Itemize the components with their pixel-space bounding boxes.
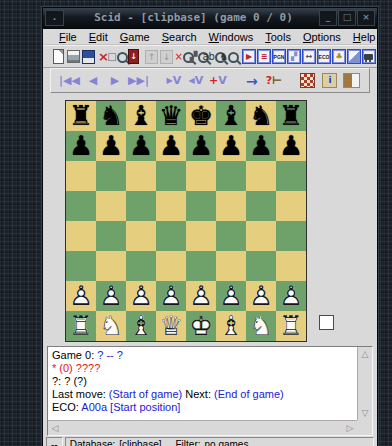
piece-white-pawn: ♙ <box>66 281 96 311</box>
scroll-left-arrow-icon[interactable]: ◁ <box>48 421 62 435</box>
piece-white-pawn: ♙ <box>246 281 276 311</box>
bookmarks-button[interactable]: ↓ <box>126 49 141 65</box>
menu-edit[interactable]: Edit <box>83 31 114 43</box>
game-info-text: Game 0: ? -- ?* (0) ?????: ? (?)Last mov… <box>48 347 357 420</box>
square-e3[interactable] <box>186 251 216 281</box>
game-info-link[interactable]: (Start of game) <box>109 388 182 400</box>
game-info-link[interactable]: ? <box>117 349 123 361</box>
square-e4[interactable] <box>186 221 216 251</box>
nav-frame: |◀◀◀▶▶▶|▶V◀V+V→?⊢i <box>50 68 370 93</box>
piece-black-pawn: ♟ <box>186 131 216 161</box>
square-h2[interactable]: ♙ <box>276 281 306 311</box>
game-info-line-3: Last move: (Start of game) Next: (End of… <box>52 388 353 401</box>
side-to-move-indicator <box>319 315 334 330</box>
exit-variation-button[interactable]: ◀V <box>185 72 207 89</box>
square-d5[interactable] <box>156 191 186 221</box>
square-c2[interactable]: ♙ <box>126 281 156 311</box>
piece-white-pawn: ♙ <box>126 281 156 311</box>
game-info-line-4: ECO: A00a [Start position] <box>52 401 353 414</box>
square-a7[interactable]: ♟ <box>66 131 96 161</box>
square-f1[interactable]: ♗ <box>216 311 246 341</box>
piece-black-pawn: ♟ <box>66 131 96 161</box>
autoplay-button[interactable]: → <box>241 72 263 89</box>
pgn-window-button[interactable]: PGN <box>272 49 287 65</box>
next-game-button: ↓ <box>159 49 174 65</box>
new-database-button[interactable] <box>51 49 66 65</box>
piece-black-pawn: ♟ <box>216 131 246 161</box>
setup-board-button[interactable] <box>297 72 319 89</box>
forward-button[interactable]: ▶ <box>104 72 126 89</box>
square-c7[interactable]: ♟ <box>126 131 156 161</box>
square-a8[interactable]: ♜ <box>66 101 96 131</box>
vertical-scrollbar[interactable]: △ ▽ <box>357 347 372 420</box>
square-h4[interactable] <box>276 221 306 251</box>
square-d7[interactable]: ♟ <box>156 131 186 161</box>
piece-black-bishop: ♝ <box>216 101 246 131</box>
square-e1[interactable]: ♔ <box>186 311 216 341</box>
maximize-button[interactable]: □ <box>338 10 356 26</box>
scroll-down-arrow-icon[interactable]: ▽ <box>358 406 372 420</box>
square-f2[interactable]: ♙ <box>216 281 246 311</box>
piece-white-knight: ♘ <box>246 311 276 341</box>
scroll-right-arrow-icon[interactable]: ▷ <box>343 421 357 435</box>
piece-white-queen: ♕ <box>156 311 186 341</box>
square-e8[interactable]: ♚ <box>186 101 216 131</box>
square-g4[interactable] <box>246 221 276 251</box>
eco-browser-button[interactable]: ECO <box>317 49 332 65</box>
piece-white-king: ♔ <box>186 311 216 341</box>
square-c8[interactable]: ♝ <box>126 101 156 131</box>
piece-black-queen: ♛ <box>156 101 186 131</box>
square-c4[interactable] <box>126 221 156 251</box>
toolbar-nav: |◀◀◀▶▶▶|▶V◀V+V→?⊢i <box>43 67 377 93</box>
game-info-window-button[interactable]: ▶ <box>242 49 257 65</box>
piece-black-pawn: ♟ <box>276 131 306 161</box>
square-h8[interactable]: ♜ <box>276 101 306 131</box>
tournament-finder-button[interactable]: ▞ <box>287 49 302 65</box>
database-value: [clipbase] <box>119 439 161 446</box>
player-finder-button[interactable]: ↔ <box>302 49 317 65</box>
square-e5[interactable] <box>186 191 216 221</box>
piece-black-king: ♚ <box>186 101 216 131</box>
window-menu-button[interactable]: . <box>45 10 64 26</box>
square-f7[interactable]: ♟ <box>216 131 246 161</box>
menu-help[interactable]: Help <box>347 31 382 43</box>
square-b5[interactable] <box>96 191 126 221</box>
square-g2[interactable]: ♙ <box>246 281 276 311</box>
desktop: { "game": "chess", "position": { "fen": … <box>0 0 392 446</box>
scroll-up-arrow-icon[interactable]: △ <box>358 347 372 361</box>
add-variation-button[interactable]: +V <box>207 72 229 89</box>
minimize-button[interactable]: _ <box>319 10 337 26</box>
back-button[interactable]: ◀ <box>82 72 104 89</box>
menu-game[interactable]: Game <box>114 31 156 43</box>
show-info-button[interactable]: i <box>319 72 341 89</box>
square-c5[interactable] <box>126 191 156 221</box>
prev-game-button: ↑ <box>144 49 159 65</box>
game-info-text-segment: Next: <box>182 388 214 400</box>
square-e6[interactable] <box>186 161 216 191</box>
square-b2[interactable]: ♙ <box>96 281 126 311</box>
menu-windows[interactable]: Windows <box>203 31 260 43</box>
status-move-indicator: -- <box>46 437 63 446</box>
square-f6[interactable] <box>216 161 246 191</box>
square-c3[interactable] <box>126 251 156 281</box>
square-d4[interactable] <box>156 221 186 251</box>
square-b7[interactable]: ♟ <box>96 131 126 161</box>
enter-variation-button[interactable]: ▶V <box>163 72 185 89</box>
board-area: ♜♞♝♛♚♝♞♜♟♟♟♟♟♟♟♟♙♙♙♙♙♙♙♙♖♘♗♕♔♗♘♖ <box>43 93 377 346</box>
square-d1[interactable]: ♕ <box>156 311 186 341</box>
piece-white-knight: ♘ <box>96 311 126 341</box>
goto-end-button[interactable]: ▶▶| <box>126 72 151 89</box>
open-database-button[interactable] <box>66 49 81 65</box>
square-g6[interactable] <box>246 161 276 191</box>
menu-search[interactable]: Search <box>156 31 203 43</box>
square-c6[interactable] <box>126 161 156 191</box>
game-info-text-segment: Game 0: <box>52 349 97 361</box>
material-search-button[interactable]: ♞ <box>223 49 238 65</box>
piece-white-pawn: ♙ <box>156 281 186 311</box>
square-g1[interactable]: ♘ <box>246 311 276 341</box>
game-info-line-0: Game 0: ? -- ? <box>52 349 353 362</box>
menu-file[interactable]: File <box>53 31 83 43</box>
vertical-scroll-trough[interactable] <box>358 361 372 406</box>
game-info-line-1: * (0) ???? <box>52 362 353 375</box>
file-finder-button[interactable]: □ <box>111 49 126 65</box>
status-main: Database: [clipbase] Filter: no games <box>65 437 374 446</box>
piece-black-pawn: ♟ <box>96 131 126 161</box>
square-d3[interactable] <box>156 251 186 281</box>
close-button[interactable]: × <box>357 10 375 26</box>
square-b4[interactable] <box>96 221 126 251</box>
piece-black-knight: ♞ <box>246 101 276 131</box>
menubar: FileEditGameSearchWindowsToolsOptionsHel… <box>43 29 377 45</box>
tree-window-button[interactable]: ♣ <box>332 49 347 65</box>
square-d8[interactable]: ♛ <box>156 101 186 131</box>
toolbar-group-0: ×□↓ <box>51 49 141 65</box>
square-b3[interactable] <box>96 251 126 281</box>
horizontal-scroll-trough[interactable] <box>62 421 343 435</box>
square-a4[interactable] <box>66 221 96 251</box>
square-g8[interactable]: ♞ <box>246 101 276 131</box>
square-c1[interactable]: ♗ <box>126 311 156 341</box>
game-info-text-segment: -- <box>103 349 116 361</box>
filter-label: Filter: <box>176 439 201 446</box>
square-a6[interactable] <box>66 161 96 191</box>
window-title: Scid - [clipbase] (game 0 / 0) <box>68 8 319 28</box>
square-e2[interactable]: ♙ <box>186 281 216 311</box>
piece-black-pawn: ♟ <box>156 131 186 161</box>
square-a1[interactable]: ♖ <box>66 311 96 341</box>
save-game-button[interactable] <box>81 49 96 65</box>
piece-white-bishop: ♗ <box>126 311 156 341</box>
titlebar[interactable]: . Scid - [clipbase] (game 0 / 0) _□× <box>43 8 377 29</box>
toolbar-group-3: ▶≡PGN▞↔ECO♣ <box>242 49 377 65</box>
scid-window: . Scid - [clipbase] (game 0 / 0) _□× Fil… <box>42 7 378 446</box>
game-info-line-2: ?: ? (?) <box>52 375 353 388</box>
goto-start-button[interactable]: |◀◀ <box>57 72 82 89</box>
toolbar-group-1: ↑↓ <box>144 49 174 65</box>
piece-white-rook: ♖ <box>276 311 306 341</box>
square-g5[interactable] <box>246 191 276 221</box>
toolbar-group-2: ×▞ab♞ <box>178 49 238 65</box>
square-h3[interactable] <box>276 251 306 281</box>
piece-black-rook: ♜ <box>276 101 306 131</box>
game-info-text-segment: Last move: <box>52 388 109 400</box>
piece-black-rook: ♜ <box>66 101 96 131</box>
menu-options[interactable]: Options <box>297 31 347 43</box>
piece-black-knight: ♞ <box>96 101 126 131</box>
square-h6[interactable] <box>276 161 306 191</box>
square-h5[interactable] <box>276 191 306 221</box>
piece-white-rook: ♖ <box>66 311 96 341</box>
piece-white-bishop: ♗ <box>216 311 246 341</box>
piece-white-pawn: ♙ <box>186 281 216 311</box>
scrollbar-corner <box>357 420 372 435</box>
statusbar: -- Database: [clipbase] Filter: no games <box>43 436 377 446</box>
square-g7[interactable]: ♟ <box>246 131 276 161</box>
square-e7[interactable]: ♟ <box>186 131 216 161</box>
piece-white-pawn: ♙ <box>216 281 246 311</box>
side-pane-button[interactable] <box>341 72 363 89</box>
square-f8[interactable]: ♝ <box>216 101 246 131</box>
filter-value: no games <box>205 439 249 446</box>
trial-mode-button[interactable]: ?⊢ <box>263 72 285 89</box>
square-f4[interactable] <box>216 221 246 251</box>
piece-black-pawn: ♟ <box>246 131 276 161</box>
game-info-panel: Game 0: ? -- ?* (0) ?????: ? (?)Last mov… <box>47 346 373 436</box>
game-info-text-segment: * (0) ???? <box>52 362 100 374</box>
square-a5[interactable] <box>66 191 96 221</box>
square-h7[interactable]: ♟ <box>276 131 306 161</box>
square-h1[interactable]: ♖ <box>276 311 306 341</box>
square-b1[interactable]: ♘ <box>96 311 126 341</box>
menu-tools[interactable]: Tools <box>259 31 297 43</box>
square-g3[interactable] <box>246 251 276 281</box>
piece-white-pawn: ♙ <box>96 281 126 311</box>
game-info-link[interactable]: A00a [Start position] <box>81 401 180 413</box>
square-d2[interactable]: ♙ <box>156 281 186 311</box>
square-f3[interactable] <box>216 251 246 281</box>
piece-white-pawn: ♙ <box>276 281 306 311</box>
horizontal-scrollbar[interactable]: ◁ ▷ <box>48 420 357 435</box>
crosstable-window-button[interactable] <box>347 49 362 65</box>
square-b8[interactable]: ♞ <box>96 101 126 131</box>
chess-board: ♜♞♝♛♚♝♞♜♟♟♟♟♟♟♟♟♙♙♙♙♙♙♙♙♖♘♗♕♔♗♘♖ <box>65 100 307 342</box>
toolbar-main: ×□↓↑↓×▞ab♞▶≡PGN▞↔ECO♣ <box>43 45 377 67</box>
piece-black-pawn: ♟ <box>126 131 156 161</box>
game-list-window-button[interactable]: ≡ <box>257 49 272 65</box>
piece-black-bishop: ♝ <box>126 101 156 131</box>
database-label: Database: <box>70 439 116 446</box>
game-info-link[interactable]: (End of game) <box>214 388 284 400</box>
square-a2[interactable]: ♙ <box>66 281 96 311</box>
analysis-engine-button[interactable] <box>362 49 377 65</box>
square-a3[interactable] <box>66 251 96 281</box>
game-info-text-segment: ECO: <box>52 401 81 413</box>
square-b6[interactable] <box>96 161 126 191</box>
square-d6[interactable] <box>156 161 186 191</box>
square-f5[interactable] <box>216 191 246 221</box>
game-info-text-segment: ?: ? (?) <box>52 375 87 387</box>
